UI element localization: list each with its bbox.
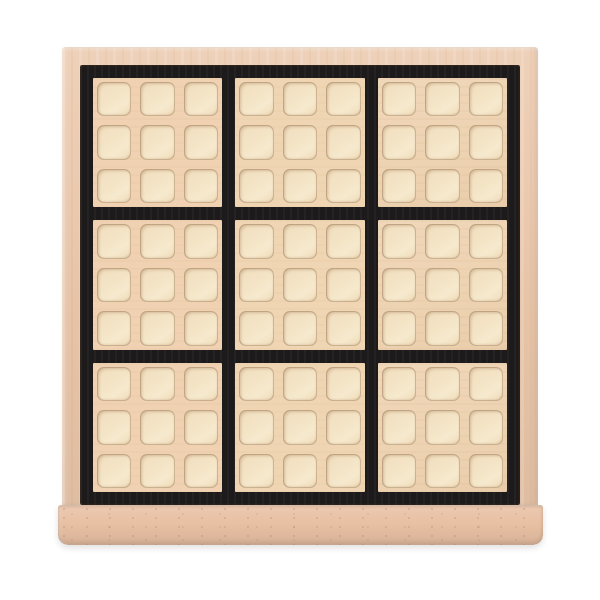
cell-r8c7[interactable] bbox=[382, 410, 416, 444]
product-photo bbox=[0, 0, 600, 600]
cell-r2c8[interactable] bbox=[425, 125, 459, 159]
cell-r8c5[interactable] bbox=[283, 410, 317, 444]
cell-r2c7[interactable] bbox=[382, 125, 416, 159]
cell-r7c7[interactable] bbox=[382, 367, 416, 401]
cell-r7c3[interactable] bbox=[184, 367, 218, 401]
cell-r7c9[interactable] bbox=[469, 367, 503, 401]
cell-r8c1[interactable] bbox=[97, 410, 131, 444]
cell-r6c2[interactable] bbox=[140, 311, 174, 345]
cell-r6c6[interactable] bbox=[326, 311, 360, 345]
cell-r2c9[interactable] bbox=[469, 125, 503, 159]
cell-r3c9[interactable] bbox=[469, 169, 503, 203]
cell-r5c7[interactable] bbox=[382, 268, 416, 302]
box-3-2 bbox=[235, 363, 364, 492]
cell-r5c2[interactable] bbox=[140, 268, 174, 302]
cell-r9c8[interactable] bbox=[425, 454, 459, 488]
cell-r5c3[interactable] bbox=[184, 268, 218, 302]
cell-r5c4[interactable] bbox=[239, 268, 273, 302]
cell-r4c9[interactable] bbox=[469, 224, 503, 258]
cell-r3c2[interactable] bbox=[140, 169, 174, 203]
cell-r8c2[interactable] bbox=[140, 410, 174, 444]
cell-r1c2[interactable] bbox=[140, 82, 174, 116]
cell-r1c9[interactable] bbox=[469, 82, 503, 116]
cell-r9c5[interactable] bbox=[283, 454, 317, 488]
cell-r7c2[interactable] bbox=[140, 367, 174, 401]
cell-r3c3[interactable] bbox=[184, 169, 218, 203]
box-3-3 bbox=[378, 363, 507, 492]
cell-r4c3[interactable] bbox=[184, 224, 218, 258]
cell-r2c6[interactable] bbox=[326, 125, 360, 159]
cell-r6c5[interactable] bbox=[283, 311, 317, 345]
cell-r2c4[interactable] bbox=[239, 125, 273, 159]
cell-r6c4[interactable] bbox=[239, 311, 273, 345]
cell-r4c1[interactable] bbox=[97, 224, 131, 258]
cell-r1c1[interactable] bbox=[97, 82, 131, 116]
cell-r9c4[interactable] bbox=[239, 454, 273, 488]
cell-r5c8[interactable] bbox=[425, 268, 459, 302]
cell-r8c9[interactable] bbox=[469, 410, 503, 444]
cell-r4c8[interactable] bbox=[425, 224, 459, 258]
cell-r9c2[interactable] bbox=[140, 454, 174, 488]
cell-r3c1[interactable] bbox=[97, 169, 131, 203]
cell-r7c8[interactable] bbox=[425, 367, 459, 401]
cell-r1c7[interactable] bbox=[382, 82, 416, 116]
box-1-1 bbox=[93, 78, 222, 207]
cell-r4c5[interactable] bbox=[283, 224, 317, 258]
cell-r6c9[interactable] bbox=[469, 311, 503, 345]
cell-r6c1[interactable] bbox=[97, 311, 131, 345]
cell-r8c6[interactable] bbox=[326, 410, 360, 444]
cell-r5c1[interactable] bbox=[97, 268, 131, 302]
box-1-3 bbox=[378, 78, 507, 207]
cell-r4c4[interactable] bbox=[239, 224, 273, 258]
cell-r7c6[interactable] bbox=[326, 367, 360, 401]
cell-r8c4[interactable] bbox=[239, 410, 273, 444]
board-frame bbox=[62, 47, 538, 505]
cell-r8c8[interactable] bbox=[425, 410, 459, 444]
cell-r9c3[interactable] bbox=[184, 454, 218, 488]
cell-r3c4[interactable] bbox=[239, 169, 273, 203]
box-2-3 bbox=[378, 220, 507, 349]
cell-r9c1[interactable] bbox=[97, 454, 131, 488]
cell-r2c3[interactable] bbox=[184, 125, 218, 159]
cell-r2c1[interactable] bbox=[97, 125, 131, 159]
cell-r1c6[interactable] bbox=[326, 82, 360, 116]
cell-r8c3[interactable] bbox=[184, 410, 218, 444]
cell-r4c6[interactable] bbox=[326, 224, 360, 258]
cell-r6c8[interactable] bbox=[425, 311, 459, 345]
cell-r3c7[interactable] bbox=[382, 169, 416, 203]
cell-r5c9[interactable] bbox=[469, 268, 503, 302]
cell-r3c8[interactable] bbox=[425, 169, 459, 203]
cell-r3c6[interactable] bbox=[326, 169, 360, 203]
sudoku-grid bbox=[80, 65, 520, 505]
cell-r9c6[interactable] bbox=[326, 454, 360, 488]
cell-r9c9[interactable] bbox=[469, 454, 503, 488]
cell-r6c7[interactable] bbox=[382, 311, 416, 345]
box-2-1 bbox=[93, 220, 222, 349]
cell-r1c8[interactable] bbox=[425, 82, 459, 116]
cell-r9c7[interactable] bbox=[382, 454, 416, 488]
cell-r7c4[interactable] bbox=[239, 367, 273, 401]
cell-r4c7[interactable] bbox=[382, 224, 416, 258]
cell-r2c2[interactable] bbox=[140, 125, 174, 159]
box-2-2 bbox=[235, 220, 364, 349]
box-1-2 bbox=[235, 78, 364, 207]
cell-r6c3[interactable] bbox=[184, 311, 218, 345]
cell-r5c5[interactable] bbox=[283, 268, 317, 302]
cell-r7c1[interactable] bbox=[97, 367, 131, 401]
cell-r1c3[interactable] bbox=[184, 82, 218, 116]
cell-r4c2[interactable] bbox=[140, 224, 174, 258]
tile-tray[interactable] bbox=[58, 505, 543, 545]
cell-r5c6[interactable] bbox=[326, 268, 360, 302]
cell-r1c5[interactable] bbox=[283, 82, 317, 116]
cell-r7c5[interactable] bbox=[283, 367, 317, 401]
cell-r3c5[interactable] bbox=[283, 169, 317, 203]
cell-r1c4[interactable] bbox=[239, 82, 273, 116]
box-3-1 bbox=[93, 363, 222, 492]
cell-r2c5[interactable] bbox=[283, 125, 317, 159]
